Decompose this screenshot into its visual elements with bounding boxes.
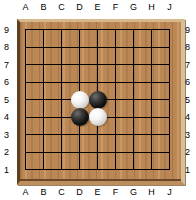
grid-line-vertical [151,29,152,170]
black-stone-E5 [89,91,107,109]
column-label-top-E: E [89,2,107,13]
grid-line-horizontal [25,169,170,170]
row-label-left-3: 3 [0,129,13,141]
column-label-bottom-J: J [161,187,179,198]
grid-line-vertical [169,29,170,170]
column-label-top-A: A [17,2,35,13]
row-label-left-9: 9 [0,24,13,36]
black-stone-D4 [71,108,89,126]
column-label-top-F: F [107,2,125,13]
row-label-left-4: 4 [0,111,13,123]
row-label-left-8: 8 [0,41,13,53]
column-label-bottom-E: E [89,187,107,198]
column-label-top-B: B [35,2,53,13]
column-label-top-J: J [161,2,179,13]
grid-line-horizontal [25,134,170,135]
grid-line-horizontal [25,152,170,153]
column-label-top-C: C [53,2,71,13]
row-label-left-6: 6 [0,76,13,88]
white-stone-E4 [89,108,107,126]
column-label-top-G: G [125,2,143,13]
grid-line-vertical [133,29,134,170]
column-label-top-H: H [143,2,161,13]
row-label-left-7: 7 [0,59,13,71]
go-board[interactable] [17,19,185,185]
go-board-screen: ABCDEFGHJ ABCDEFGHJ 987654321 987654321 [0,0,196,200]
column-label-top-D: D [71,2,89,13]
column-label-bottom-F: F [107,187,125,198]
row-label-left-2: 2 [0,146,13,158]
column-label-bottom-C: C [53,187,71,198]
column-label-bottom-G: G [125,187,143,198]
board-grid[interactable] [20,22,181,181]
row-label-left-5: 5 [0,94,13,106]
row-label-left-1: 1 [0,164,13,176]
grid-line-vertical [115,29,116,170]
white-stone-D5 [71,91,89,109]
column-label-bottom-B: B [35,187,53,198]
column-label-bottom-D: D [71,187,89,198]
column-label-bottom-H: H [143,187,161,198]
column-label-bottom-A: A [17,187,35,198]
